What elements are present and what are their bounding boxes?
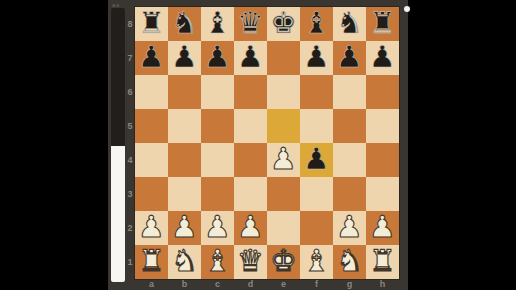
square-h4[interactable]	[366, 143, 399, 177]
square-g4[interactable]	[333, 143, 366, 177]
square-c7[interactable]: ♟	[201, 41, 234, 75]
square-g5[interactable]	[333, 109, 366, 143]
square-h6[interactable]	[366, 75, 399, 109]
square-e5[interactable]	[267, 109, 300, 143]
square-f5[interactable]	[300, 109, 333, 143]
square-h5[interactable]	[366, 109, 399, 143]
square-c3[interactable]	[201, 177, 234, 211]
square-d2[interactable]: ♟	[234, 211, 267, 245]
square-a4[interactable]	[135, 143, 168, 177]
square-a7[interactable]: ♟	[135, 41, 168, 75]
square-c5[interactable]	[201, 109, 234, 143]
square-a2[interactable]: ♟	[135, 211, 168, 245]
square-d3[interactable]	[234, 177, 267, 211]
square-c2[interactable]: ♟	[201, 211, 234, 245]
file-label-b: b	[168, 278, 201, 290]
piece-black-pawn-a7[interactable]: ♟	[138, 41, 165, 74]
square-e4[interactable]: ♟	[267, 143, 300, 177]
piece-white-pawn-h2[interactable]: ♟	[369, 211, 396, 244]
square-d7[interactable]: ♟	[234, 41, 267, 75]
evaluation-bar-white-fill	[111, 146, 125, 282]
rank-label-4: 4	[125, 143, 135, 177]
square-f4[interactable]: ♟	[300, 143, 333, 177]
piece-black-bishop-f8[interactable]: ♝	[303, 7, 330, 40]
square-b2[interactable]: ♟	[168, 211, 201, 245]
square-a8[interactable]: ♜	[135, 7, 168, 41]
square-f2[interactable]	[300, 211, 333, 245]
square-g8[interactable]: ♞	[333, 7, 366, 41]
evaluation-bar	[111, 8, 125, 282]
square-b6[interactable]	[168, 75, 201, 109]
piece-white-pawn-d2[interactable]: ♟	[237, 211, 264, 244]
piece-black-pawn-f7[interactable]: ♟	[303, 41, 330, 74]
square-d4[interactable]	[234, 143, 267, 177]
piece-white-bishop-f1[interactable]: ♝	[303, 245, 330, 278]
square-c1[interactable]: ♝	[201, 245, 234, 279]
piece-white-bishop-c1[interactable]: ♝	[204, 245, 231, 278]
square-e7[interactable]	[267, 41, 300, 75]
piece-black-pawn-d7[interactable]: ♟	[237, 41, 264, 74]
piece-white-queen-d1[interactable]: ♛	[237, 245, 264, 278]
square-f1[interactable]: ♝	[300, 245, 333, 279]
piece-white-rook-a1[interactable]: ♜	[138, 245, 165, 278]
square-d5[interactable]	[234, 109, 267, 143]
square-b7[interactable]: ♟	[168, 41, 201, 75]
piece-white-pawn-b2[interactable]: ♟	[171, 211, 198, 244]
chess-app-panel: as 87654321 ♜♞♝♛♚♝♞♜♟♟♟♟♟♟♟♟♟♟♟♟♟♟♟♜♞♝♛♚…	[108, 0, 408, 290]
square-d8[interactable]: ♛	[234, 7, 267, 41]
piece-white-pawn-e4[interactable]: ♟	[270, 143, 297, 176]
piece-black-pawn-h7[interactable]: ♟	[369, 41, 396, 74]
square-e8[interactable]: ♚	[267, 7, 300, 41]
square-a3[interactable]	[135, 177, 168, 211]
square-f7[interactable]: ♟	[300, 41, 333, 75]
square-a6[interactable]	[135, 75, 168, 109]
square-b4[interactable]	[168, 143, 201, 177]
rank-label-2: 2	[125, 211, 135, 245]
square-e2[interactable]	[267, 211, 300, 245]
file-label-h: h	[366, 278, 399, 290]
piece-black-pawn-f4[interactable]: ♟	[303, 143, 330, 176]
square-e1[interactable]: ♚	[267, 245, 300, 279]
piece-white-knight-g1[interactable]: ♞	[336, 245, 363, 278]
file-label-d: d	[234, 278, 267, 290]
piece-white-pawn-a2[interactable]: ♟	[138, 211, 165, 244]
chess-board: ♜♞♝♛♚♝♞♜♟♟♟♟♟♟♟♟♟♟♟♟♟♟♟♜♞♝♛♚♝♞♜	[135, 7, 399, 279]
square-f6[interactable]	[300, 75, 333, 109]
square-h3[interactable]	[366, 177, 399, 211]
file-label-f: f	[300, 278, 333, 290]
square-g1[interactable]: ♞	[333, 245, 366, 279]
piece-black-knight-g8[interactable]: ♞	[336, 7, 363, 40]
piece-black-pawn-b7[interactable]: ♟	[171, 41, 198, 74]
piece-black-queen-d8[interactable]: ♛	[237, 7, 264, 40]
square-h8[interactable]: ♜	[366, 7, 399, 41]
square-h1[interactable]: ♜	[366, 245, 399, 279]
square-h7[interactable]: ♟	[366, 41, 399, 75]
piece-black-pawn-c7[interactable]: ♟	[204, 41, 231, 74]
file-label-g: g	[333, 278, 366, 290]
square-f8[interactable]: ♝	[300, 7, 333, 41]
piece-white-pawn-g2[interactable]: ♟	[336, 211, 363, 244]
rank-label-5: 5	[125, 109, 135, 143]
square-f3[interactable]	[300, 177, 333, 211]
rank-label-8: 8	[125, 7, 135, 41]
file-label-c: c	[201, 278, 234, 290]
square-c6[interactable]	[201, 75, 234, 109]
square-e6[interactable]	[267, 75, 300, 109]
piece-white-king-e1[interactable]: ♚	[270, 245, 297, 278]
square-g7[interactable]: ♟	[333, 41, 366, 75]
piece-black-king-e8[interactable]: ♚	[270, 7, 297, 40]
piece-black-pawn-g7[interactable]: ♟	[336, 41, 363, 74]
video-frame: as 87654321 ♜♞♝♛♚♝♞♜♟♟♟♟♟♟♟♟♟♟♟♟♟♟♟♜♞♝♛♚…	[0, 0, 516, 290]
square-d6[interactable]	[234, 75, 267, 109]
square-b5[interactable]	[168, 109, 201, 143]
piece-black-rook-h8[interactable]: ♜	[369, 7, 396, 40]
square-g6[interactable]	[333, 75, 366, 109]
piece-black-bishop-c8[interactable]: ♝	[204, 7, 231, 40]
file-label-a: a	[135, 278, 168, 290]
square-b3[interactable]	[168, 177, 201, 211]
square-a5[interactable]	[135, 109, 168, 143]
rank-label-6: 6	[125, 75, 135, 109]
menu-dot-icon	[404, 6, 410, 12]
square-d1[interactable]: ♛	[234, 245, 267, 279]
square-c4[interactable]	[201, 143, 234, 177]
rank-label-1: 1	[125, 245, 135, 279]
rank-labels: 87654321	[125, 7, 135, 279]
file-labels: abcdefgh	[135, 278, 399, 290]
file-label-e: e	[267, 278, 300, 290]
square-b8[interactable]: ♞	[168, 7, 201, 41]
piece-black-knight-b8[interactable]: ♞	[171, 7, 198, 40]
piece-white-pawn-c2[interactable]: ♟	[204, 211, 231, 244]
rank-label-3: 3	[125, 177, 135, 211]
piece-white-knight-b1[interactable]: ♞	[171, 245, 198, 278]
piece-white-rook-h1[interactable]: ♜	[369, 245, 396, 278]
square-g2[interactable]: ♟	[333, 211, 366, 245]
square-b1[interactable]: ♞	[168, 245, 201, 279]
piece-black-rook-a8[interactable]: ♜	[138, 7, 165, 40]
square-e3[interactable]	[267, 177, 300, 211]
square-h2[interactable]: ♟	[366, 211, 399, 245]
square-a1[interactable]: ♜	[135, 245, 168, 279]
rank-label-7: 7	[125, 41, 135, 75]
square-g3[interactable]	[333, 177, 366, 211]
square-c8[interactable]: ♝	[201, 7, 234, 41]
